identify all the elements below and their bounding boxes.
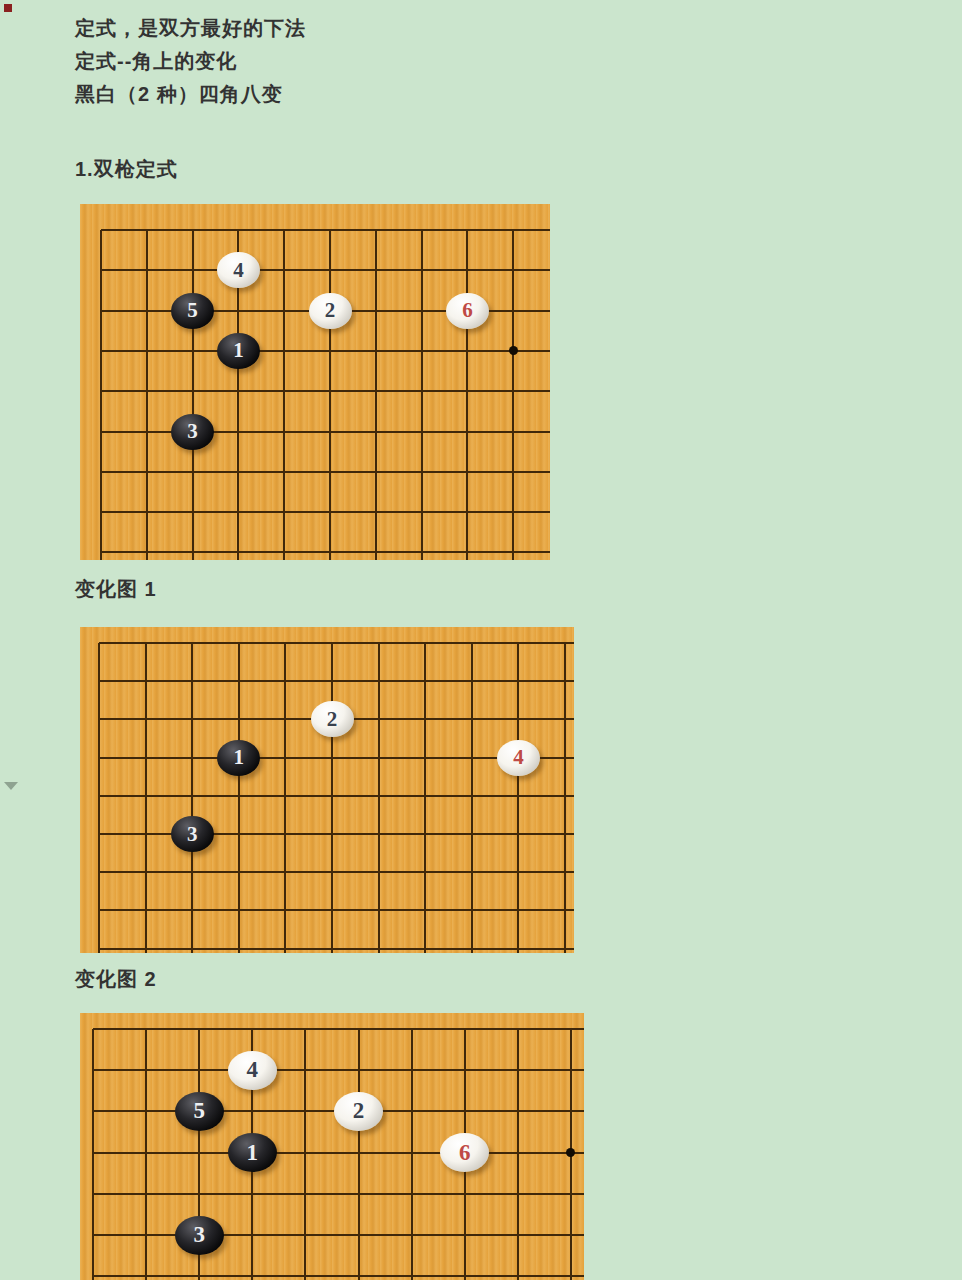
grid-line-vertical [471,643,473,953]
go-stone-black-3: 3 [175,1216,224,1255]
grid-line-vertical [145,1029,147,1280]
go-stone-black-1: 1 [217,333,260,369]
diagram-3-label: 变化图 2 [75,966,157,993]
header-line-3: 黑白（2 种）四角八变 [75,78,306,111]
grid-line-vertical [411,1029,413,1280]
grid-line-vertical [98,643,100,953]
grid-line-horizontal [101,269,550,271]
go-stone-black-5: 5 [171,293,214,329]
go-stone-black-1: 1 [228,1133,277,1172]
grid-line-horizontal [99,948,574,950]
grid-line-horizontal [101,551,550,553]
go-stone-black-1: 1 [217,740,260,776]
collapse-chevron-icon[interactable] [4,782,18,790]
go-stone-white-4: 4 [497,740,540,776]
header-line-1: 定式，是双方最好的下法 [75,12,306,45]
grid-line-horizontal [99,642,574,644]
grid-line-horizontal [101,511,550,513]
grid-line-vertical [564,643,566,953]
go-stone-white-6: 6 [446,293,489,329]
grid-line-horizontal [93,1069,584,1071]
grid-line-horizontal [93,1028,584,1030]
grid-line-vertical [238,643,240,953]
grid-line-vertical [331,643,333,953]
joseki-lesson-page: 定式，是双方最好的下法 定式--角上的变化 黑白（2 种）四角八变 1.双枪定式… [0,0,962,1280]
go-stone-white-2: 2 [309,293,352,329]
grid-line-horizontal [99,795,574,797]
grid-line-horizontal [99,680,574,682]
grid-line-vertical [358,1029,360,1280]
go-board-diagram-1: 123456 [80,204,550,560]
star-point [509,346,518,355]
go-board-diagram-2: 1234 [80,627,574,953]
go-stone-white-2: 2 [334,1092,383,1131]
grid-line-horizontal [93,1234,584,1236]
go-stone-black-5: 5 [175,1092,224,1131]
grid-line-horizontal [93,1193,584,1195]
go-stone-white-4: 4 [228,1051,277,1090]
star-point [566,1148,575,1157]
grid-line-horizontal [101,350,550,352]
grid-line-vertical [191,643,193,953]
go-board-diagram-3: 123456 [80,1013,584,1280]
header-line-2: 定式--角上的变化 [75,45,306,78]
grid-line-vertical [517,643,519,953]
grid-line-horizontal [101,229,550,231]
grid-line-horizontal [101,431,550,433]
corner-marker [4,4,12,12]
go-stone-white-4: 4 [217,252,260,288]
go-stone-white-2: 2 [311,701,354,737]
grid-line-horizontal [99,871,574,873]
go-stone-black-3: 3 [171,816,214,852]
grid-line-vertical [284,643,286,953]
go-stone-white-6: 6 [440,1133,489,1172]
grid-line-vertical [145,643,147,953]
go-stone-black-3: 3 [171,414,214,450]
grid-line-vertical [304,1029,306,1280]
grid-line-horizontal [99,909,574,911]
grid-line-horizontal [93,1152,584,1154]
diagram-2-label: 变化图 1 [75,576,157,603]
grid-line-vertical [378,643,380,953]
header-text: 定式，是双方最好的下法 定式--角上的变化 黑白（2 种）四角八变 [75,12,306,111]
section-title-double-gun-joseki: 1.双枪定式 [75,156,178,183]
grid-line-horizontal [93,1275,584,1277]
grid-line-vertical [517,1029,519,1280]
grid-line-vertical [424,643,426,953]
grid-line-vertical [92,1029,94,1280]
grid-line-horizontal [101,471,550,473]
grid-line-horizontal [101,390,550,392]
